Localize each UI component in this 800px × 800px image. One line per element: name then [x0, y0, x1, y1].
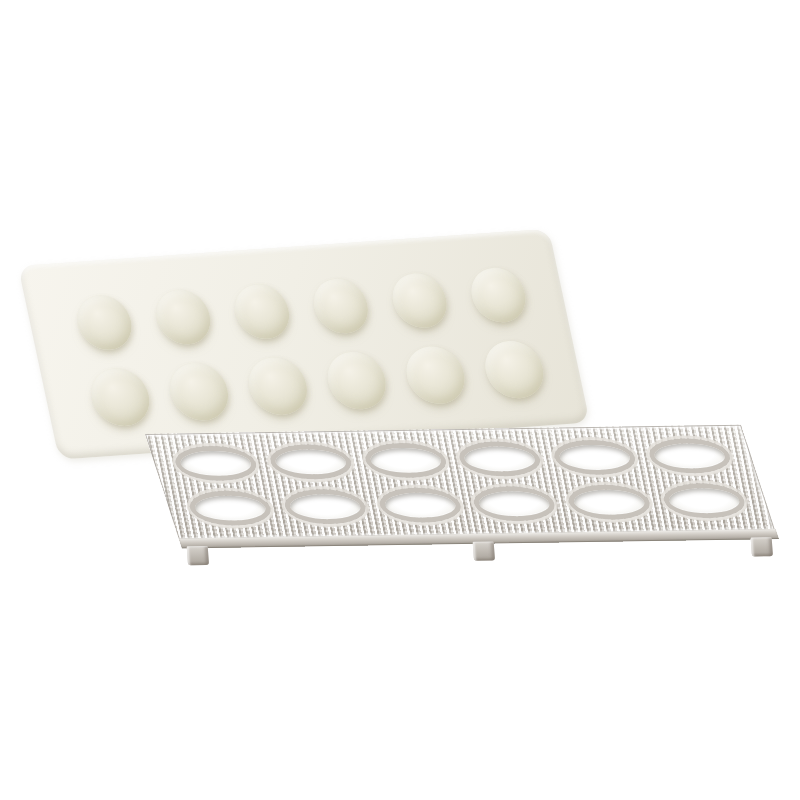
cutter-hole-cell-r2c1	[176, 485, 285, 531]
tray-pit-r1c2	[151, 288, 215, 346]
cutter-hole-r2c1	[185, 490, 276, 526]
tray-pit-r2c4	[322, 350, 391, 411]
cutter-hole-r1c5	[549, 439, 640, 475]
cutter-hole-cell-r1c2	[256, 439, 365, 485]
cutter-hole-cell-r2c6	[649, 478, 758, 524]
cutter-hole-cell-r1c1	[162, 440, 271, 486]
cutter-hole-r2c5	[564, 484, 655, 520]
tray-pit-r2c2	[165, 361, 234, 422]
tray-pit-r1c6	[466, 266, 530, 324]
cutter-hole-cell-r1c3	[351, 437, 460, 483]
cutter-hole-cell-r2c5	[555, 479, 664, 525]
cutter-hole-r1c6	[644, 438, 735, 474]
tray-pit-grid	[18, 229, 590, 460]
tray-pit-r1c5	[387, 271, 451, 329]
cutter-foot-right	[751, 537, 773, 556]
cutter-hole-r2c3	[374, 487, 465, 523]
cutter-frame	[145, 425, 784, 568]
cutter-hole-r1c2	[265, 444, 356, 480]
cutter-hole-cell-r2c2	[271, 484, 380, 530]
tray-pit-r2c6	[480, 339, 549, 400]
cutter-hole-r1c3	[360, 442, 451, 478]
tray-pit-r2c3	[243, 356, 312, 417]
cutter-hole-r2c4	[469, 486, 560, 522]
cutter-plate	[145, 425, 775, 540]
dome-tray-board	[18, 229, 590, 460]
cutter-hole-cell-r2c3	[365, 482, 474, 528]
cutter-hole-r1c1	[171, 445, 262, 481]
cutter-hole-cell-r1c4	[446, 436, 555, 482]
cutter-foot-middle	[473, 542, 495, 561]
product-photo-scene	[0, 0, 800, 800]
tray-pit-r1c3	[230, 282, 294, 340]
tray-pit-r1c1	[72, 293, 136, 351]
cutter-hole-cell-r1c6	[635, 433, 744, 479]
tray-pit-r1c4	[309, 277, 373, 335]
cutter-hole-r2c2	[280, 489, 371, 525]
cutter-hole-cell-r2c4	[460, 481, 569, 527]
tray-pit-cell-r2c6	[467, 329, 562, 410]
cutter-hole-r1c4	[454, 441, 545, 477]
cutter-hole-cell-r1c5	[540, 434, 649, 480]
tray-pit-r2c1	[86, 367, 155, 428]
tray-pit-r2c5	[401, 345, 470, 406]
tray-pit-cell-r1c6	[451, 254, 546, 335]
cutter-hole-r2c6	[658, 483, 749, 519]
cutter-foot-left	[187, 546, 209, 565]
